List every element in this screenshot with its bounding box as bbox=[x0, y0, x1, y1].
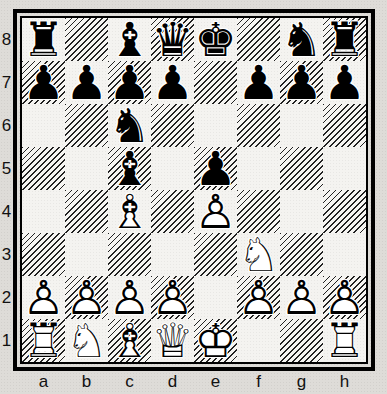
piece-fill-layer: ♜ bbox=[22, 18, 65, 61]
square-f7[interactable]: ♟♟ bbox=[237, 61, 280, 104]
piece-glyph: ♖ bbox=[323, 319, 366, 362]
file-label-h: h bbox=[323, 371, 366, 393]
piece-glyph: ♟ bbox=[237, 61, 280, 104]
square-c8[interactable]: ♝♝ bbox=[108, 18, 151, 61]
square-d8[interactable]: ♛♛ bbox=[151, 18, 194, 61]
piece-white-pawn-h2[interactable]: ♟♙ bbox=[323, 276, 366, 319]
piece-white-pawn-f2[interactable]: ♟♙ bbox=[237, 276, 280, 319]
square-g3[interactable] bbox=[280, 233, 323, 276]
piece-black-pawn-h7[interactable]: ♟♟ bbox=[323, 61, 366, 104]
file-label-g: g bbox=[280, 371, 323, 393]
piece-glyph: ♟ bbox=[65, 61, 108, 104]
piece-white-king-e1[interactable]: ♚♔ bbox=[194, 319, 237, 362]
square-g5[interactable] bbox=[280, 147, 323, 190]
piece-white-rook-a1[interactable]: ♜♖ bbox=[22, 319, 65, 362]
square-a6[interactable] bbox=[22, 104, 65, 147]
piece-fill-layer: ♟ bbox=[65, 276, 108, 319]
square-e7[interactable] bbox=[194, 61, 237, 104]
piece-black-pawn-b7[interactable]: ♟♟ bbox=[65, 61, 108, 104]
piece-glyph: ♝ bbox=[108, 147, 151, 190]
piece-black-pawn-d7[interactable]: ♟♟ bbox=[151, 61, 194, 104]
square-e4[interactable]: ♟♙ bbox=[194, 190, 237, 233]
piece-glyph: ♗ bbox=[108, 319, 151, 362]
piece-glyph: ♞ bbox=[108, 104, 151, 147]
piece-black-pawn-c7[interactable]: ♟♟ bbox=[108, 61, 151, 104]
square-g2[interactable]: ♟♙ bbox=[280, 276, 323, 319]
piece-glyph: ♛ bbox=[151, 18, 194, 61]
piece-fill-layer: ♞ bbox=[280, 18, 323, 61]
file-label-c: c bbox=[108, 371, 151, 393]
square-c3[interactable] bbox=[108, 233, 151, 276]
rank-label-2: 2 bbox=[0, 276, 13, 319]
file-label-e: e bbox=[194, 371, 237, 393]
piece-fill-layer: ♝ bbox=[108, 18, 151, 61]
square-c7[interactable]: ♟♟ bbox=[108, 61, 151, 104]
chess-board-inner-border: ♜♜♝♝♛♛♚♚♞♞♜♜♟♟♟♟♟♟♟♟♟♟♟♟♟♟♞♞♝♝♟♟♝♗♟♙♞♘♟♙… bbox=[20, 16, 368, 364]
file-labels: abcdefgh bbox=[22, 371, 366, 393]
piece-white-pawn-g2[interactable]: ♟♙ bbox=[280, 276, 323, 319]
piece-black-rook-a8[interactable]: ♜♜ bbox=[22, 18, 65, 61]
piece-fill-layer: ♛ bbox=[151, 18, 194, 61]
piece-fill-layer: ♟ bbox=[108, 61, 151, 104]
square-h4[interactable] bbox=[323, 190, 366, 233]
piece-fill-layer: ♟ bbox=[323, 61, 366, 104]
square-g4[interactable] bbox=[280, 190, 323, 233]
rank-label-4: 4 bbox=[0, 190, 13, 233]
square-f8[interactable] bbox=[237, 18, 280, 61]
square-f4[interactable] bbox=[237, 190, 280, 233]
rank-label-7: 7 bbox=[0, 61, 13, 104]
piece-glyph: ♟ bbox=[280, 61, 323, 104]
square-a5[interactable] bbox=[22, 147, 65, 190]
piece-white-bishop-c1[interactable]: ♝♗ bbox=[108, 319, 151, 362]
square-f1[interactable] bbox=[237, 319, 280, 362]
square-e1[interactable]: ♚♔ bbox=[194, 319, 237, 362]
rank-label-1: 1 bbox=[0, 319, 13, 362]
piece-black-bishop-c8[interactable]: ♝♝ bbox=[108, 18, 151, 61]
piece-black-queen-d8[interactable]: ♛♛ bbox=[151, 18, 194, 61]
piece-white-pawn-d2[interactable]: ♟♙ bbox=[151, 276, 194, 319]
piece-glyph: ♖ bbox=[22, 319, 65, 362]
square-d7[interactable]: ♟♟ bbox=[151, 61, 194, 104]
piece-white-knight-f3[interactable]: ♞♘ bbox=[237, 233, 280, 276]
square-h8[interactable]: ♜♜ bbox=[323, 18, 366, 61]
piece-black-pawn-e5[interactable]: ♟♟ bbox=[194, 147, 237, 190]
chess-board: ♜♜♝♝♛♛♚♚♞♞♜♜♟♟♟♟♟♟♟♟♟♟♟♟♟♟♞♞♝♝♟♟♝♗♟♙♞♘♟♙… bbox=[22, 18, 366, 362]
piece-black-knight-g8[interactable]: ♞♞ bbox=[280, 18, 323, 61]
square-d2[interactable]: ♟♙ bbox=[151, 276, 194, 319]
square-b3[interactable] bbox=[65, 233, 108, 276]
square-d6[interactable] bbox=[151, 104, 194, 147]
square-d5[interactable] bbox=[151, 147, 194, 190]
chess-board-frame: ♜♜♝♝♛♛♚♚♞♞♜♜♟♟♟♟♟♟♟♟♟♟♟♟♟♟♞♞♝♝♟♟♝♗♟♙♞♘♟♙… bbox=[13, 9, 375, 371]
square-d4[interactable] bbox=[151, 190, 194, 233]
file-label-b: b bbox=[65, 371, 108, 393]
piece-black-rook-h8[interactable]: ♜♜ bbox=[323, 18, 366, 61]
piece-white-queen-d1[interactable]: ♛♕ bbox=[151, 319, 194, 362]
piece-fill-layer: ♝ bbox=[108, 190, 151, 233]
square-d1[interactable]: ♛♕ bbox=[151, 319, 194, 362]
piece-black-pawn-f7[interactable]: ♟♟ bbox=[237, 61, 280, 104]
piece-fill-layer: ♟ bbox=[280, 276, 323, 319]
piece-fill-layer: ♟ bbox=[194, 147, 237, 190]
piece-glyph: ♗ bbox=[108, 190, 151, 233]
piece-black-knight-c6[interactable]: ♞♞ bbox=[108, 104, 151, 147]
piece-fill-layer: ♟ bbox=[151, 61, 194, 104]
square-g8[interactable]: ♞♞ bbox=[280, 18, 323, 61]
square-g1[interactable] bbox=[280, 319, 323, 362]
piece-fill-layer: ♟ bbox=[22, 276, 65, 319]
piece-fill-layer: ♟ bbox=[237, 276, 280, 319]
square-h7[interactable]: ♟♟ bbox=[323, 61, 366, 104]
piece-fill-layer: ♝ bbox=[108, 319, 151, 362]
square-g7[interactable]: ♟♟ bbox=[280, 61, 323, 104]
square-f2[interactable]: ♟♙ bbox=[237, 276, 280, 319]
piece-fill-layer: ♝ bbox=[108, 147, 151, 190]
square-e3[interactable] bbox=[194, 233, 237, 276]
square-c2[interactable]: ♟♙ bbox=[108, 276, 151, 319]
piece-glyph: ♜ bbox=[22, 18, 65, 61]
square-b4[interactable] bbox=[65, 190, 108, 233]
square-b7[interactable]: ♟♟ bbox=[65, 61, 108, 104]
piece-fill-layer: ♟ bbox=[323, 276, 366, 319]
piece-fill-layer: ♚ bbox=[194, 18, 237, 61]
square-e6[interactable] bbox=[194, 104, 237, 147]
piece-white-knight-b1[interactable]: ♞♘ bbox=[65, 319, 108, 362]
square-f5[interactable] bbox=[237, 147, 280, 190]
piece-glyph: ♙ bbox=[151, 276, 194, 319]
piece-black-pawn-g7[interactable]: ♟♟ bbox=[280, 61, 323, 104]
square-a7[interactable]: ♟♟ bbox=[22, 61, 65, 104]
piece-fill-layer: ♟ bbox=[194, 190, 237, 233]
square-e5[interactable]: ♟♟ bbox=[194, 147, 237, 190]
square-a3[interactable] bbox=[22, 233, 65, 276]
piece-glyph: ♙ bbox=[65, 276, 108, 319]
piece-fill-layer: ♜ bbox=[22, 319, 65, 362]
piece-glyph: ♘ bbox=[65, 319, 108, 362]
square-b1[interactable]: ♞♘ bbox=[65, 319, 108, 362]
file-label-f: f bbox=[237, 371, 280, 393]
square-g6[interactable] bbox=[280, 104, 323, 147]
piece-glyph: ♙ bbox=[194, 190, 237, 233]
rank-label-6: 6 bbox=[0, 104, 13, 147]
square-a4[interactable] bbox=[22, 190, 65, 233]
piece-black-pawn-a7[interactable]: ♟♟ bbox=[22, 61, 65, 104]
piece-fill-layer: ♟ bbox=[22, 61, 65, 104]
piece-black-bishop-c5[interactable]: ♝♝ bbox=[108, 147, 151, 190]
piece-white-rook-h1[interactable]: ♜♖ bbox=[323, 319, 366, 362]
piece-glyph: ♚ bbox=[194, 18, 237, 61]
square-b5[interactable] bbox=[65, 147, 108, 190]
square-b6[interactable] bbox=[65, 104, 108, 147]
square-e2[interactable] bbox=[194, 276, 237, 319]
rank-label-3: 3 bbox=[0, 233, 13, 276]
square-b8[interactable] bbox=[65, 18, 108, 61]
piece-glyph: ♝ bbox=[108, 18, 151, 61]
square-a8[interactable]: ♜♜ bbox=[22, 18, 65, 61]
piece-glyph: ♟ bbox=[323, 61, 366, 104]
file-label-a: a bbox=[22, 371, 65, 393]
piece-fill-layer: ♟ bbox=[280, 61, 323, 104]
piece-glyph: ♟ bbox=[151, 61, 194, 104]
piece-black-king-e8[interactable]: ♚♚ bbox=[194, 18, 237, 61]
piece-fill-layer: ♚ bbox=[194, 319, 237, 362]
square-b2[interactable]: ♟♙ bbox=[65, 276, 108, 319]
piece-fill-layer: ♟ bbox=[108, 276, 151, 319]
piece-white-pawn-b2[interactable]: ♟♙ bbox=[65, 276, 108, 319]
square-h5[interactable] bbox=[323, 147, 366, 190]
piece-glyph: ♕ bbox=[151, 319, 194, 362]
piece-white-pawn-e4[interactable]: ♟♙ bbox=[194, 190, 237, 233]
square-d3[interactable] bbox=[151, 233, 194, 276]
square-a1[interactable]: ♜♖ bbox=[22, 319, 65, 362]
piece-white-pawn-a2[interactable]: ♟♙ bbox=[22, 276, 65, 319]
file-label-d: d bbox=[151, 371, 194, 393]
piece-glyph: ♟ bbox=[108, 61, 151, 104]
piece-glyph: ♙ bbox=[108, 276, 151, 319]
rank-label-8: 8 bbox=[0, 18, 13, 61]
square-a2[interactable]: ♟♙ bbox=[22, 276, 65, 319]
piece-fill-layer: ♜ bbox=[323, 18, 366, 61]
piece-glyph: ♙ bbox=[22, 276, 65, 319]
square-e8[interactable]: ♚♚ bbox=[194, 18, 237, 61]
piece-glyph: ♔ bbox=[194, 319, 237, 362]
piece-fill-layer: ♛ bbox=[151, 319, 194, 362]
square-h6[interactable] bbox=[323, 104, 366, 147]
piece-fill-layer: ♟ bbox=[65, 61, 108, 104]
piece-fill-layer: ♞ bbox=[65, 319, 108, 362]
piece-fill-layer: ♟ bbox=[151, 276, 194, 319]
piece-white-pawn-c2[interactable]: ♟♙ bbox=[108, 276, 151, 319]
piece-fill-layer: ♟ bbox=[237, 61, 280, 104]
piece-glyph: ♜ bbox=[323, 18, 366, 61]
piece-glyph: ♙ bbox=[323, 276, 366, 319]
piece-glyph: ♟ bbox=[22, 61, 65, 104]
piece-glyph: ♟ bbox=[194, 147, 237, 190]
square-h1[interactable]: ♜♖ bbox=[323, 319, 366, 362]
piece-glyph: ♙ bbox=[237, 276, 280, 319]
square-c4[interactable]: ♝♗ bbox=[108, 190, 151, 233]
square-c6[interactable]: ♞♞ bbox=[108, 104, 151, 147]
page-background: 87654321 ♜♜♝♝♛♛♚♚♞♞♜♜♟♟♟♟♟♟♟♟♟♟♟♟♟♟♞♞♝♝♟… bbox=[0, 0, 387, 394]
piece-glyph: ♞ bbox=[280, 18, 323, 61]
square-c1[interactable]: ♝♗ bbox=[108, 319, 151, 362]
piece-fill-layer: ♞ bbox=[108, 104, 151, 147]
square-c5[interactable]: ♝♝ bbox=[108, 147, 151, 190]
square-h2[interactable]: ♟♙ bbox=[323, 276, 366, 319]
piece-fill-layer: ♜ bbox=[323, 319, 366, 362]
piece-white-bishop-c4[interactable]: ♝♗ bbox=[108, 190, 151, 233]
piece-glyph: ♙ bbox=[280, 276, 323, 319]
square-h3[interactable] bbox=[323, 233, 366, 276]
square-f6[interactable] bbox=[237, 104, 280, 147]
piece-glyph: ♘ bbox=[237, 233, 280, 276]
square-f3[interactable]: ♞♘ bbox=[237, 233, 280, 276]
piece-fill-layer: ♞ bbox=[237, 233, 280, 276]
rank-labels: 87654321 bbox=[0, 18, 13, 362]
rank-label-5: 5 bbox=[0, 147, 13, 190]
